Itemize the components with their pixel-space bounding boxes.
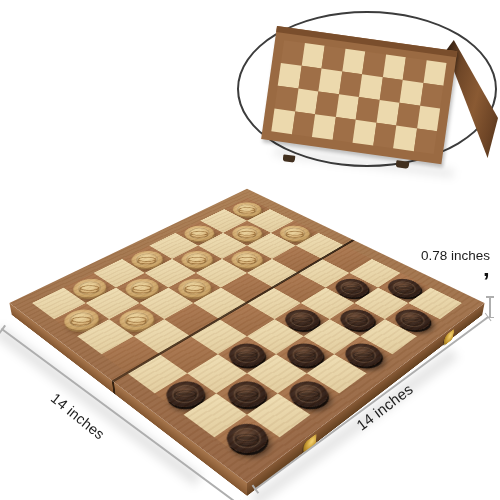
board-square (307, 354, 367, 393)
folded-board-square (413, 128, 437, 154)
checker-dark[interactable]: ⛂ (289, 381, 329, 406)
board-square: ⛀ (54, 303, 109, 336)
board-square (77, 319, 134, 354)
board-square (187, 354, 247, 393)
thickness-callout-curl: ’ (483, 268, 490, 296)
folded-board-foot (283, 154, 296, 162)
board-square (134, 319, 191, 354)
board-square: ⛂ (385, 303, 440, 336)
checker-dark[interactable]: ⛂ (344, 343, 384, 366)
checker-dark[interactable]: ⛂ (228, 381, 266, 406)
board-square: ⛀ (109, 303, 164, 336)
inset-folded-view (230, 8, 500, 175)
board-square: ⛂ (334, 336, 392, 373)
page-background: { "game": "checkers (draughts), 8x8 fold… (0, 0, 500, 500)
checkers-board: ⛀⛀⛂⛀⛂⛂⛀⛀⛂⛀⛂⛂⛀⛀⛂⛀⛂⛂⛀⛀⛂⛀⛂⛂ (9, 189, 484, 483)
thickness-label: 0.78 inches (421, 248, 490, 263)
board-square (184, 393, 247, 437)
thickness-marker (489, 296, 491, 318)
folded-board-foot (396, 160, 410, 169)
board-square (160, 336, 218, 373)
checker-dark[interactable]: ⛂ (229, 343, 265, 366)
checker-dark[interactable]: ⛂ (285, 309, 321, 329)
board-surface: ⛀⛀⛂⛀⛂⛂⛀⛀⛂⛀⛂⛂⛀⛀⛂⛀⛂⛂⛀⛀⛂⛀⛂⛂ (9, 189, 484, 483)
board-square (219, 303, 274, 336)
checker-light[interactable]: ⛀ (231, 251, 262, 268)
checker-dark[interactable]: ⛂ (287, 343, 325, 366)
board-square: ⛂ (275, 303, 330, 336)
checker-light[interactable]: ⛀ (62, 309, 101, 329)
board-square (164, 303, 219, 336)
board-square: ⛂ (155, 373, 217, 414)
board-square: ⛂ (276, 336, 334, 373)
board-square (247, 354, 307, 393)
checker-dark[interactable]: ⛂ (227, 423, 268, 452)
folded-board-square (417, 106, 441, 132)
board-square (102, 336, 160, 373)
checker-light[interactable]: ⛀ (280, 225, 311, 240)
board-square: ⛂ (330, 303, 385, 336)
checker-dark[interactable]: ⛂ (339, 309, 376, 329)
board-square (127, 354, 187, 393)
board-square: ⛂ (218, 336, 276, 373)
board-square (247, 319, 304, 354)
checker-dark[interactable]: ⛂ (393, 309, 432, 329)
board-square (247, 393, 310, 437)
checker-light[interactable]: ⛀ (233, 202, 261, 216)
folded-board-square (423, 60, 447, 86)
checker-light[interactable]: ⛀ (177, 279, 211, 297)
checker-light[interactable]: ⛀ (232, 225, 262, 240)
folded-board-square (420, 83, 444, 109)
board-square: ⛂ (214, 415, 279, 462)
folded-board-grid (271, 40, 446, 154)
board-square (190, 319, 247, 354)
board-square (360, 319, 417, 354)
board-square: ⛂ (278, 373, 340, 414)
checker-dark[interactable]: ⛂ (165, 381, 205, 406)
board-square: ⛂ (216, 373, 278, 414)
checker-light[interactable]: ⛀ (118, 309, 155, 329)
board-square (304, 319, 361, 354)
